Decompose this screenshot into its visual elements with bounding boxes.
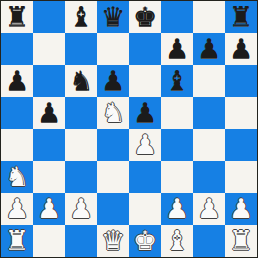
square-a3[interactable]: ♞ xyxy=(1,161,33,193)
white-pawn-h2[interactable]: ♟ xyxy=(229,193,253,225)
square-f1[interactable]: ♝ xyxy=(161,225,193,257)
black-queen-d8[interactable]: ♛ xyxy=(101,1,125,33)
square-f6[interactable]: ♝ xyxy=(161,65,193,97)
square-f8[interactable] xyxy=(161,1,193,33)
white-pawn-e4[interactable]: ♟ xyxy=(133,129,157,161)
square-h2[interactable]: ♟ xyxy=(225,193,257,225)
square-b7[interactable] xyxy=(33,33,65,65)
chess-board: ♜♝♛♚♜♟♟♟♟♞♟♝♟♞♟♟♞♟♟♟♟♟♟♜♛♚♝♜ xyxy=(0,0,258,258)
square-g1[interactable] xyxy=(193,225,225,257)
black-pawn-f7[interactable]: ♟ xyxy=(165,33,189,65)
black-king-e8[interactable]: ♚ xyxy=(133,1,157,33)
white-queen-d1[interactable]: ♛ xyxy=(101,225,125,257)
white-pawn-a2[interactable]: ♟ xyxy=(5,193,29,225)
white-bishop-f1[interactable]: ♝ xyxy=(165,225,189,257)
square-f3[interactable] xyxy=(161,161,193,193)
square-a2[interactable]: ♟ xyxy=(1,193,33,225)
black-rook-h8[interactable]: ♜ xyxy=(229,1,253,33)
square-c8[interactable]: ♝ xyxy=(65,1,97,33)
square-f4[interactable] xyxy=(161,129,193,161)
square-e7[interactable] xyxy=(129,33,161,65)
black-bishop-c8[interactable]: ♝ xyxy=(69,1,93,33)
square-e8[interactable]: ♚ xyxy=(129,1,161,33)
square-g4[interactable] xyxy=(193,129,225,161)
black-rook-a8[interactable]: ♜ xyxy=(5,1,29,33)
square-g8[interactable] xyxy=(193,1,225,33)
square-c4[interactable] xyxy=(65,129,97,161)
square-d3[interactable] xyxy=(97,161,129,193)
square-g5[interactable] xyxy=(193,97,225,129)
square-h4[interactable] xyxy=(225,129,257,161)
white-pawn-f2[interactable]: ♟ xyxy=(165,193,189,225)
white-pawn-c2[interactable]: ♟ xyxy=(69,193,93,225)
square-b2[interactable]: ♟ xyxy=(33,193,65,225)
square-d5[interactable]: ♞ xyxy=(97,97,129,129)
square-a6[interactable]: ♟ xyxy=(1,65,33,97)
square-d4[interactable] xyxy=(97,129,129,161)
square-e1[interactable]: ♚ xyxy=(129,225,161,257)
square-c3[interactable] xyxy=(65,161,97,193)
square-b4[interactable] xyxy=(33,129,65,161)
black-pawn-d6[interactable]: ♟ xyxy=(101,65,125,97)
square-h3[interactable] xyxy=(225,161,257,193)
white-pawn-b2[interactable]: ♟ xyxy=(37,193,61,225)
white-knight-d5[interactable]: ♞ xyxy=(101,97,125,129)
square-a1[interactable]: ♜ xyxy=(1,225,33,257)
white-pawn-g2[interactable]: ♟ xyxy=(197,193,221,225)
square-c5[interactable] xyxy=(65,97,97,129)
square-a5[interactable] xyxy=(1,97,33,129)
square-h8[interactable]: ♜ xyxy=(225,1,257,33)
black-pawn-a6[interactable]: ♟ xyxy=(5,65,29,97)
square-c2[interactable]: ♟ xyxy=(65,193,97,225)
square-c7[interactable] xyxy=(65,33,97,65)
square-b8[interactable] xyxy=(33,1,65,33)
square-e5[interactable]: ♟ xyxy=(129,97,161,129)
square-c6[interactable]: ♞ xyxy=(65,65,97,97)
black-pawn-b5[interactable]: ♟ xyxy=(37,97,61,129)
black-knight-c6[interactable]: ♞ xyxy=(69,65,93,97)
black-pawn-e5[interactable]: ♟ xyxy=(133,97,157,129)
square-f7[interactable]: ♟ xyxy=(161,33,193,65)
square-c1[interactable] xyxy=(65,225,97,257)
white-rook-a1[interactable]: ♜ xyxy=(5,225,29,257)
white-king-e1[interactable]: ♚ xyxy=(133,225,157,257)
black-pawn-h7[interactable]: ♟ xyxy=(229,33,253,65)
square-f2[interactable]: ♟ xyxy=(161,193,193,225)
square-b1[interactable] xyxy=(33,225,65,257)
square-e3[interactable] xyxy=(129,161,161,193)
square-h5[interactable] xyxy=(225,97,257,129)
square-d6[interactable]: ♟ xyxy=(97,65,129,97)
white-knight-a3[interactable]: ♞ xyxy=(5,161,29,193)
square-d1[interactable]: ♛ xyxy=(97,225,129,257)
square-d2[interactable] xyxy=(97,193,129,225)
square-b5[interactable]: ♟ xyxy=(33,97,65,129)
square-a4[interactable] xyxy=(1,129,33,161)
square-g7[interactable]: ♟ xyxy=(193,33,225,65)
square-h7[interactable]: ♟ xyxy=(225,33,257,65)
square-g2[interactable]: ♟ xyxy=(193,193,225,225)
square-g3[interactable] xyxy=(193,161,225,193)
square-b3[interactable] xyxy=(33,161,65,193)
square-e6[interactable] xyxy=(129,65,161,97)
square-b6[interactable] xyxy=(33,65,65,97)
square-e2[interactable] xyxy=(129,193,161,225)
square-h6[interactable] xyxy=(225,65,257,97)
square-h1[interactable]: ♜ xyxy=(225,225,257,257)
square-d8[interactable]: ♛ xyxy=(97,1,129,33)
white-rook-h1[interactable]: ♜ xyxy=(229,225,253,257)
square-a8[interactable]: ♜ xyxy=(1,1,33,33)
square-f5[interactable] xyxy=(161,97,193,129)
black-bishop-f6[interactable]: ♝ xyxy=(165,65,189,97)
square-d7[interactable] xyxy=(97,33,129,65)
square-a7[interactable] xyxy=(1,33,33,65)
square-g6[interactable] xyxy=(193,65,225,97)
black-pawn-g7[interactable]: ♟ xyxy=(197,33,221,65)
square-e4[interactable]: ♟ xyxy=(129,129,161,161)
